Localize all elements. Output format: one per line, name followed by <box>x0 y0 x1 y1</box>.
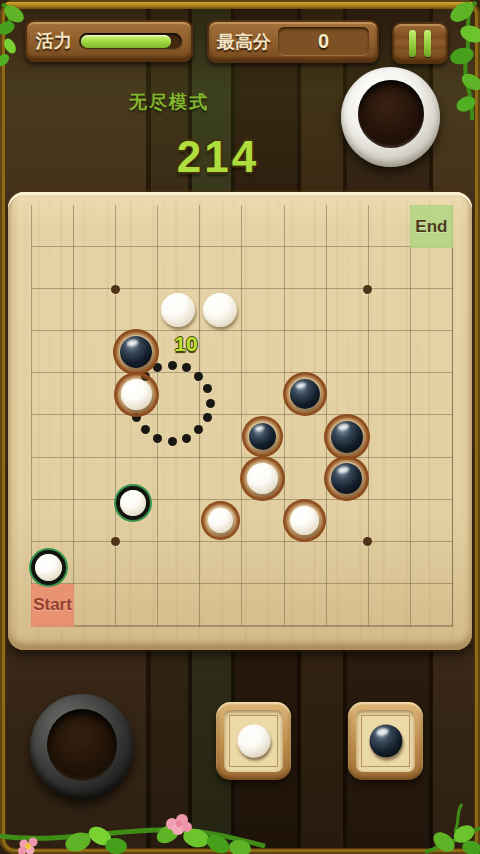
stone-core <box>35 554 62 581</box>
stone-core <box>290 379 320 409</box>
stone-black-hole[interactable] <box>328 460 365 497</box>
stone-black-hole[interactable] <box>287 376 323 412</box>
hint-path-dot <box>153 434 162 443</box>
stone-core <box>249 423 276 450</box>
stone-core <box>331 421 363 453</box>
stone-black-hole[interactable] <box>246 420 279 453</box>
hint-path-dot <box>168 437 177 446</box>
start-label: Start <box>33 595 72 615</box>
highscore-value-box: 0 <box>278 27 369 56</box>
mode-title: 无尽模式 <box>129 90 209 114</box>
hint-path-dot <box>141 425 150 434</box>
hint-path-dot <box>194 372 203 381</box>
stone-white-green[interactable] <box>30 549 67 586</box>
stone-core <box>121 379 152 410</box>
current-score: 214 <box>177 132 259 182</box>
stone-black-hole[interactable] <box>117 333 155 371</box>
white-stone-bowl[interactable] <box>341 67 440 167</box>
hint-path-dot <box>206 399 215 408</box>
stone-white-hole[interactable] <box>244 460 281 497</box>
highscore-label: 最高分 <box>217 30 271 54</box>
stone-white-green[interactable] <box>115 485 151 521</box>
stone-white[interactable] <box>161 293 195 327</box>
hint-path-dot <box>203 413 212 422</box>
gold-top-rod <box>5 2 475 9</box>
stone-core <box>203 293 237 327</box>
bowl-opening <box>47 709 117 781</box>
stone-core <box>120 490 146 516</box>
start-cell: Start <box>31 584 74 627</box>
stone-black-hole[interactable] <box>328 418 366 456</box>
highscore-value: 0 <box>318 30 329 53</box>
stone-white[interactable] <box>203 293 237 327</box>
vitality-label: 活力 <box>36 29 72 53</box>
stone-white-hole[interactable] <box>287 503 322 538</box>
black-stone-icon <box>369 725 402 758</box>
white-stone-item-button[interactable] <box>216 702 291 780</box>
hint-path-dot <box>203 384 212 393</box>
board[interactable]: End Start 10 <box>8 192 472 650</box>
star-point <box>111 285 120 294</box>
stone-white-hole[interactable] <box>205 505 236 536</box>
stone-white-hole[interactable] <box>118 376 155 413</box>
vitality-panel: 活力 <box>25 20 193 62</box>
hint-path-dot <box>182 434 191 443</box>
game-screen: 活力 最高分 0 无尽模式 214 End Start 10 <box>0 0 480 854</box>
hint-count-label: 10 <box>174 332 197 356</box>
pause-bars-icon <box>409 30 416 57</box>
white-stone-icon <box>237 725 270 758</box>
star-point <box>363 285 372 294</box>
star-point <box>111 537 120 546</box>
pause-bars-icon <box>424 30 431 57</box>
black-stone-item-button[interactable] <box>348 702 423 780</box>
stone-core <box>161 293 195 327</box>
board-grid <box>31 205 453 627</box>
hint-path-dot <box>168 361 177 370</box>
vitality-bar-track <box>79 33 182 50</box>
highscore-panel: 最高分 0 <box>207 20 379 63</box>
end-cell: End <box>410 205 453 248</box>
bowl-opening <box>358 80 424 148</box>
black-stone-bowl[interactable] <box>30 694 134 799</box>
pause-button[interactable] <box>392 22 448 64</box>
stone-core <box>247 463 278 494</box>
vitality-bar-fill <box>81 35 171 48</box>
end-label: End <box>415 217 447 237</box>
